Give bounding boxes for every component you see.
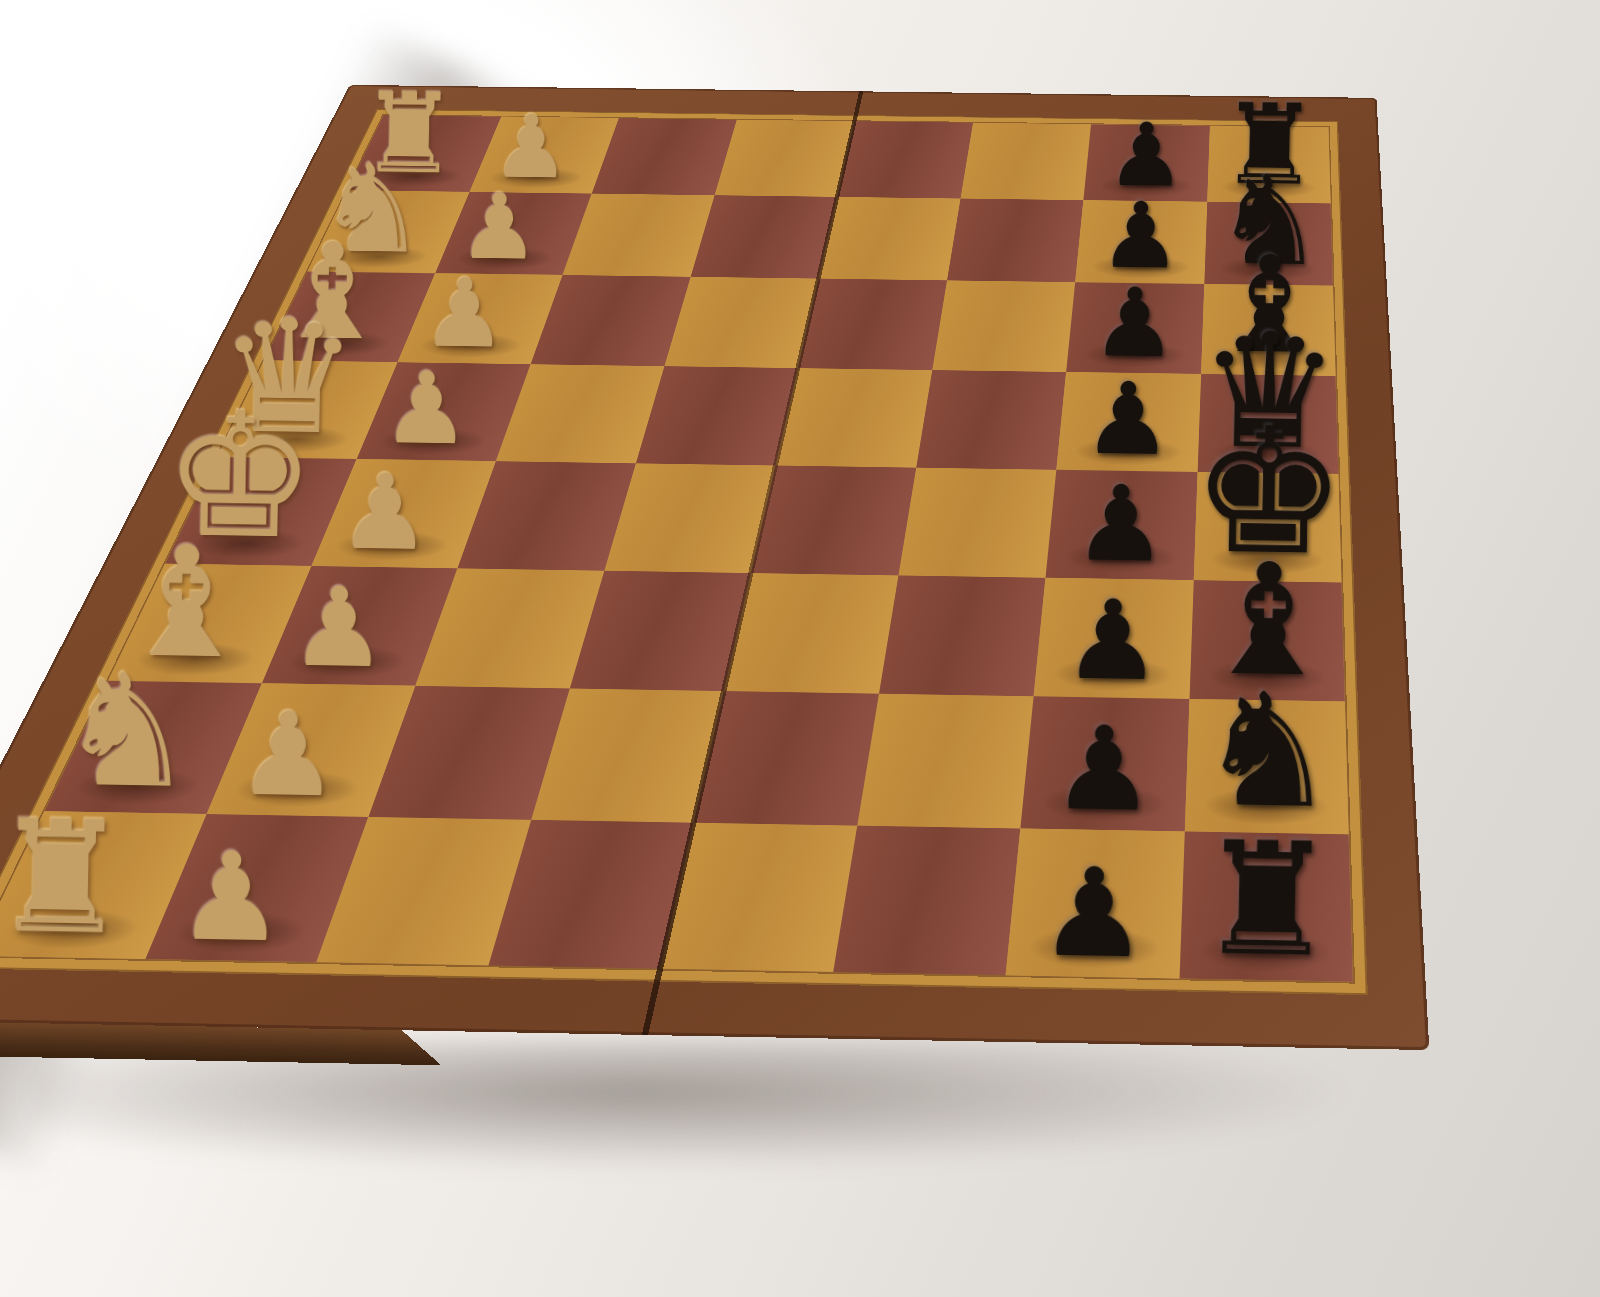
black-pawn[interactable]: ♟: [1062, 584, 1162, 695]
white-pawn[interactable]: ♟: [236, 696, 340, 813]
square-d6[interactable]: [916, 370, 1066, 470]
black-knight[interactable]: ♞: [1196, 672, 1340, 831]
square-b4[interactable]: [690, 195, 837, 279]
black-pawn[interactable]: ♟: [1073, 471, 1168, 577]
square-f7[interactable]: ♟: [1034, 577, 1194, 698]
white-rook[interactable]: ♜: [0, 799, 131, 956]
white-knight[interactable]: ♞: [56, 653, 197, 811]
black-pawn[interactable]: ♟: [1082, 368, 1173, 469]
black-pawn[interactable]: ♟: [1038, 851, 1150, 975]
white-pawn[interactable]: ♟: [338, 460, 432, 565]
white-pawn[interactable]: ♟: [422, 266, 508, 362]
square-a5[interactable]: [837, 121, 973, 198]
square-c5[interactable]: [798, 279, 947, 370]
square-c6[interactable]: [932, 280, 1075, 371]
chess-board: ♜♟♟♜♞♟♟♞♝♟♟♝♛♟♟♛♚♟♟♚♝♟♟♝♞♟♟♞♜♟♟♜: [0, 85, 1429, 1050]
square-f5[interactable]: [724, 573, 898, 694]
square-a4[interactable]: [714, 120, 854, 197]
square-d5[interactable]: [775, 368, 931, 468]
board-inner-border: ♜♟♟♜♞♟♟♞♝♟♟♝♛♟♟♛♚♟♟♚♝♟♟♝♞♟♟♞♜♟♟♜: [0, 109, 1368, 995]
black-pawn[interactable]: ♟: [1091, 275, 1178, 371]
square-g6[interactable]: [857, 694, 1034, 828]
square-h6[interactable]: [833, 825, 1021, 975]
square-h8[interactable]: ♜: [1179, 831, 1353, 982]
square-f6[interactable]: [879, 575, 1046, 696]
square-h7[interactable]: ♟: [1006, 828, 1185, 978]
square-b6[interactable]: [947, 198, 1084, 282]
square-a3[interactable]: [592, 118, 737, 195]
black-pawn[interactable]: ♟: [1051, 710, 1157, 827]
white-pawn[interactable]: ♟: [382, 358, 472, 458]
square-d7[interactable]: ♟: [1056, 372, 1200, 472]
square-d4[interactable]: [635, 366, 797, 466]
white-pawn[interactable]: ♟: [176, 835, 286, 959]
square-e6[interactable]: [898, 468, 1056, 578]
square-d3[interactable]: [496, 364, 664, 463]
square-c4[interactable]: [664, 277, 818, 368]
board-grid: ♜♟♟♜♞♟♟♞♝♟♟♝♛♟♟♛♚♟♟♚♝♟♟♝♞♟♟♞♜♟♟♜: [0, 115, 1353, 982]
square-e7[interactable]: ♟: [1046, 470, 1198, 580]
square-b5[interactable]: [818, 197, 960, 281]
square-a6[interactable]: [960, 123, 1091, 200]
square-e5[interactable]: [751, 465, 916, 575]
square-e4[interactable]: [604, 463, 775, 572]
white-pawn[interactable]: ♟: [290, 572, 389, 683]
square-g7[interactable]: ♟: [1020, 696, 1189, 831]
chess-board-scene: ♜♟♟♜♞♟♟♞♝♟♟♝♛♟♟♛♚♟♟♚♝♟♟♝♞♟♟♞♜♟♟♜: [0, 0, 1420, 1060]
black-rook[interactable]: ♜: [1196, 820, 1338, 978]
